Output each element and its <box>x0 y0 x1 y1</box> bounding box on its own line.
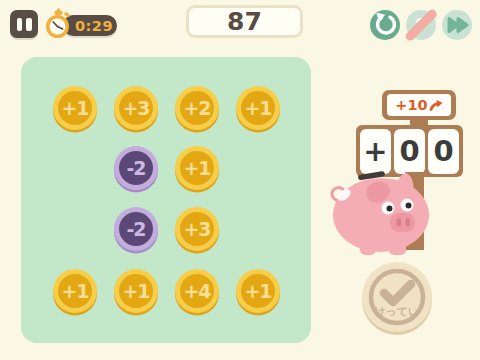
score-display: 87 <box>186 5 303 38</box>
stopwatch-icon <box>43 8 73 41</box>
game-board: +1+3+2+1-2+1-2+3+1+1+4+1 <box>21 57 311 343</box>
pig-snout <box>390 213 415 232</box>
restart-icon <box>373 13 397 37</box>
hint-button-disabled[interactable]: ? <box>406 10 436 40</box>
coin-r4c2[interactable]: +1 <box>114 269 158 313</box>
coin-r1c4[interactable]: +1 <box>236 86 280 130</box>
restart-button[interactable] <box>370 10 400 40</box>
coin-r3c2[interactable]: -2 <box>114 207 158 251</box>
sum-card-sign: + <box>360 129 391 174</box>
coin-r2c2[interactable]: -2 <box>114 146 158 190</box>
pause-button[interactable] <box>10 10 38 38</box>
check-icon <box>362 262 432 332</box>
coin-r1c2[interactable]: +3 <box>114 86 158 130</box>
coin-value: +2 <box>183 97 210 119</box>
coin-value: +1 <box>244 280 271 302</box>
coin-value: +1 <box>61 280 88 302</box>
pause-icon <box>26 18 32 31</box>
coin-value: +1 <box>183 157 210 179</box>
coin-r4c4[interactable]: +1 <box>236 269 280 313</box>
fast-forward-icon <box>445 13 469 37</box>
disabled-slash-icon <box>404 8 438 42</box>
coin-value: +3 <box>122 97 149 119</box>
coin-value: +1 <box>61 97 88 119</box>
coin-value: +1 <box>244 97 271 119</box>
coin-value: -2 <box>126 157 145 179</box>
coin-value: +3 <box>183 218 210 240</box>
coin-r3c3[interactable]: +3 <box>175 207 219 251</box>
coin-r1c3[interactable]: +2 <box>175 86 219 130</box>
game-screen: 0:29 87 ? +1+3+2+1-2+1-2+3+1+1+4+1 +10 <box>0 0 480 360</box>
pause-icon <box>17 18 23 31</box>
score-value: 87 <box>227 9 262 34</box>
sum-card-tens: 0 <box>394 129 425 174</box>
piggy-bank <box>326 168 438 258</box>
pig-eye <box>387 206 393 212</box>
sum-card-ones: 0 <box>428 129 459 174</box>
fast-forward-button[interactable] <box>442 10 472 40</box>
bonus-arrow-icon <box>429 99 443 112</box>
coin-value: +1 <box>122 280 149 302</box>
confirm-button[interactable]: けってい <box>362 262 432 332</box>
bonus-value: +10 <box>395 98 427 113</box>
confirm-label: けってい <box>362 305 432 319</box>
coin-value: -2 <box>126 218 145 240</box>
coin-r4c1[interactable]: +1 <box>53 269 97 313</box>
timer-value: 0:29 <box>75 18 113 34</box>
coin-value: +4 <box>183 280 210 302</box>
coin-r2c3[interactable]: +1 <box>175 146 219 190</box>
pig-eye <box>406 203 412 209</box>
coin-r4c3[interactable]: +4 <box>175 269 219 313</box>
coin-r1c1[interactable]: +1 <box>53 86 97 130</box>
